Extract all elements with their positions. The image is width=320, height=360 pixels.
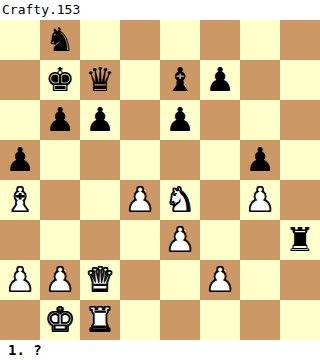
piece-black-knight: ♞ xyxy=(45,20,75,60)
square-b5[interactable] xyxy=(40,140,80,180)
square-a3[interactable] xyxy=(0,220,40,260)
square-g3[interactable] xyxy=(240,220,280,260)
square-f3[interactable] xyxy=(200,220,240,260)
square-b4[interactable] xyxy=(40,180,80,220)
piece-white-bishop: ♝ xyxy=(5,180,35,220)
square-g2[interactable] xyxy=(240,260,280,300)
square-f8[interactable] xyxy=(200,20,240,60)
square-d7[interactable] xyxy=(120,60,160,100)
square-c7[interactable]: ♛ xyxy=(80,60,120,100)
square-g7[interactable] xyxy=(240,60,280,100)
piece-white-queen: ♛ xyxy=(85,260,115,300)
chess-board: ♞♚♛♝♟♟♟♟♟♟♝♟♞♟♟♜♟♟♛♟♚♜ xyxy=(0,20,320,340)
move-prompt: 1. ? xyxy=(0,340,320,360)
square-a2[interactable]: ♟ xyxy=(0,260,40,300)
square-a6[interactable] xyxy=(0,100,40,140)
piece-black-pawn: ♟ xyxy=(85,100,115,140)
square-e3[interactable]: ♟ xyxy=(160,220,200,260)
piece-black-pawn: ♟ xyxy=(45,100,75,140)
square-c8[interactable] xyxy=(80,20,120,60)
square-c5[interactable] xyxy=(80,140,120,180)
square-h7[interactable] xyxy=(280,60,320,100)
square-h5[interactable] xyxy=(280,140,320,180)
square-g6[interactable] xyxy=(240,100,280,140)
square-a4[interactable]: ♝ xyxy=(0,180,40,220)
square-d6[interactable] xyxy=(120,100,160,140)
piece-white-pawn: ♟ xyxy=(165,220,195,260)
square-d1[interactable] xyxy=(120,300,160,340)
square-h2[interactable] xyxy=(280,260,320,300)
square-f6[interactable] xyxy=(200,100,240,140)
piece-black-queen: ♛ xyxy=(85,60,115,100)
square-a7[interactable] xyxy=(0,60,40,100)
square-c2[interactable]: ♛ xyxy=(80,260,120,300)
square-g8[interactable] xyxy=(240,20,280,60)
piece-white-pawn: ♟ xyxy=(45,260,75,300)
square-b3[interactable] xyxy=(40,220,80,260)
piece-black-pawn: ♟ xyxy=(245,140,275,180)
piece-white-pawn: ♟ xyxy=(125,180,155,220)
square-b7[interactable]: ♚ xyxy=(40,60,80,100)
square-f1[interactable] xyxy=(200,300,240,340)
square-d4[interactable]: ♟ xyxy=(120,180,160,220)
square-d3[interactable] xyxy=(120,220,160,260)
square-e1[interactable] xyxy=(160,300,200,340)
square-f4[interactable] xyxy=(200,180,240,220)
piece-white-pawn: ♟ xyxy=(5,260,35,300)
square-c4[interactable] xyxy=(80,180,120,220)
square-e6[interactable]: ♟ xyxy=(160,100,200,140)
square-e4[interactable]: ♞ xyxy=(160,180,200,220)
square-d5[interactable] xyxy=(120,140,160,180)
square-c6[interactable]: ♟ xyxy=(80,100,120,140)
square-h6[interactable] xyxy=(280,100,320,140)
piece-white-pawn: ♟ xyxy=(245,180,275,220)
square-g4[interactable]: ♟ xyxy=(240,180,280,220)
piece-white-pawn: ♟ xyxy=(205,260,235,300)
piece-black-king: ♚ xyxy=(45,60,75,100)
square-b1[interactable]: ♚ xyxy=(40,300,80,340)
square-e5[interactable] xyxy=(160,140,200,180)
square-h4[interactable] xyxy=(280,180,320,220)
square-d2[interactable] xyxy=(120,260,160,300)
square-e2[interactable] xyxy=(160,260,200,300)
piece-black-pawn: ♟ xyxy=(205,60,235,100)
piece-black-pawn: ♟ xyxy=(165,100,195,140)
square-d8[interactable] xyxy=(120,20,160,60)
square-c3[interactable] xyxy=(80,220,120,260)
square-b6[interactable]: ♟ xyxy=(40,100,80,140)
piece-white-rook: ♜ xyxy=(85,300,115,340)
square-f2[interactable]: ♟ xyxy=(200,260,240,300)
piece-black-pawn: ♟ xyxy=(5,140,35,180)
piece-black-rook: ♜ xyxy=(285,220,315,260)
square-e8[interactable] xyxy=(160,20,200,60)
square-e7[interactable]: ♝ xyxy=(160,60,200,100)
square-h1[interactable] xyxy=(280,300,320,340)
square-c1[interactable]: ♜ xyxy=(80,300,120,340)
square-g1[interactable] xyxy=(240,300,280,340)
piece-black-bishop: ♝ xyxy=(165,60,195,100)
square-g5[interactable]: ♟ xyxy=(240,140,280,180)
square-h3[interactable]: ♜ xyxy=(280,220,320,260)
square-h8[interactable] xyxy=(280,20,320,60)
piece-white-king: ♚ xyxy=(45,300,75,340)
square-f7[interactable]: ♟ xyxy=(200,60,240,100)
square-b8[interactable]: ♞ xyxy=(40,20,80,60)
square-f5[interactable] xyxy=(200,140,240,180)
square-a8[interactable] xyxy=(0,20,40,60)
square-a1[interactable] xyxy=(0,300,40,340)
window-title: Crafty.153 xyxy=(0,0,320,20)
square-b2[interactable]: ♟ xyxy=(40,260,80,300)
square-a5[interactable]: ♟ xyxy=(0,140,40,180)
piece-white-knight: ♞ xyxy=(165,180,195,220)
